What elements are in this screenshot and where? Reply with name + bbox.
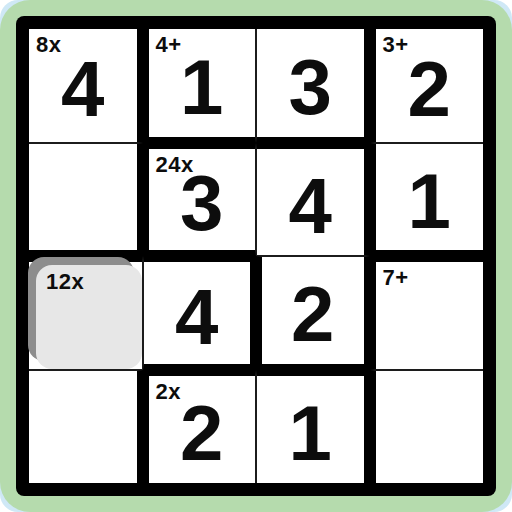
cell-value: 1 bbox=[289, 386, 332, 472]
cell-value: 1 bbox=[408, 154, 451, 240]
cage-label: 4+ bbox=[156, 32, 182, 58]
cell-r4c2[interactable]: 2x2 bbox=[143, 370, 257, 484]
cell-r2c2[interactable]: 24x3 bbox=[143, 143, 257, 257]
cell-r3c4[interactable]: 7+ bbox=[370, 256, 484, 370]
cage-label: 8x bbox=[36, 32, 61, 58]
cell-r2c4[interactable]: 1 bbox=[370, 143, 484, 257]
cell-r4c3[interactable]: 1 bbox=[256, 370, 370, 484]
cell-value: 4 bbox=[289, 159, 332, 245]
puzzle-grid: 8x44+133+224x341427+2x21 12x bbox=[29, 29, 483, 483]
kenken-board: 8x44+133+224x341427+2x21 12x bbox=[16, 16, 496, 496]
cell-value: 2 bbox=[291, 267, 334, 353]
cell-value: 3 bbox=[289, 40, 332, 126]
cell-r1c4[interactable]: 3+2 bbox=[370, 29, 484, 143]
cell-value: 2 bbox=[180, 386, 223, 472]
cage-label: 24x bbox=[156, 152, 194, 178]
cell-value: 1 bbox=[180, 40, 223, 126]
cell-value: 2 bbox=[408, 42, 451, 128]
cage-label: 7+ bbox=[383, 265, 409, 291]
cell-r2c3[interactable]: 4 bbox=[256, 143, 370, 257]
selected-cell[interactable]: 12x bbox=[36, 265, 142, 369]
cell-r4c4[interactable] bbox=[370, 370, 484, 484]
cell-r2c1[interactable] bbox=[29, 143, 143, 257]
cell-value: 4 bbox=[175, 270, 218, 356]
cell-r3c2[interactable]: 4 bbox=[143, 256, 257, 370]
cage-label: 12x bbox=[46, 269, 84, 295]
cell-r1c3[interactable]: 3 bbox=[256, 29, 370, 143]
cell-r4c1[interactable] bbox=[29, 370, 143, 484]
cage-label: 3+ bbox=[383, 32, 409, 58]
cell-value: 4 bbox=[61, 42, 104, 128]
cell-r1c2[interactable]: 4+1 bbox=[143, 29, 257, 143]
cell-r1c1[interactable]: 8x4 bbox=[29, 29, 143, 143]
cell-r3c3[interactable]: 2 bbox=[256, 256, 370, 370]
cage-label: 2x bbox=[156, 379, 181, 405]
